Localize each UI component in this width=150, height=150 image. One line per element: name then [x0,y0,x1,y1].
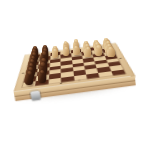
frame-pin-dot [60,83,62,84]
board-square [111,69,126,75]
clasp-latch [30,91,41,101]
board-square [61,76,74,82]
chess-board-box [14,43,136,92]
board-square [73,74,86,80]
board-square [35,79,48,85]
frame-pin-dot [120,58,122,59]
photo-scene [0,0,150,150]
board-square [22,81,36,88]
board-square [48,78,61,84]
product-photo [0,0,150,150]
frame-pin-dot [22,73,24,74]
